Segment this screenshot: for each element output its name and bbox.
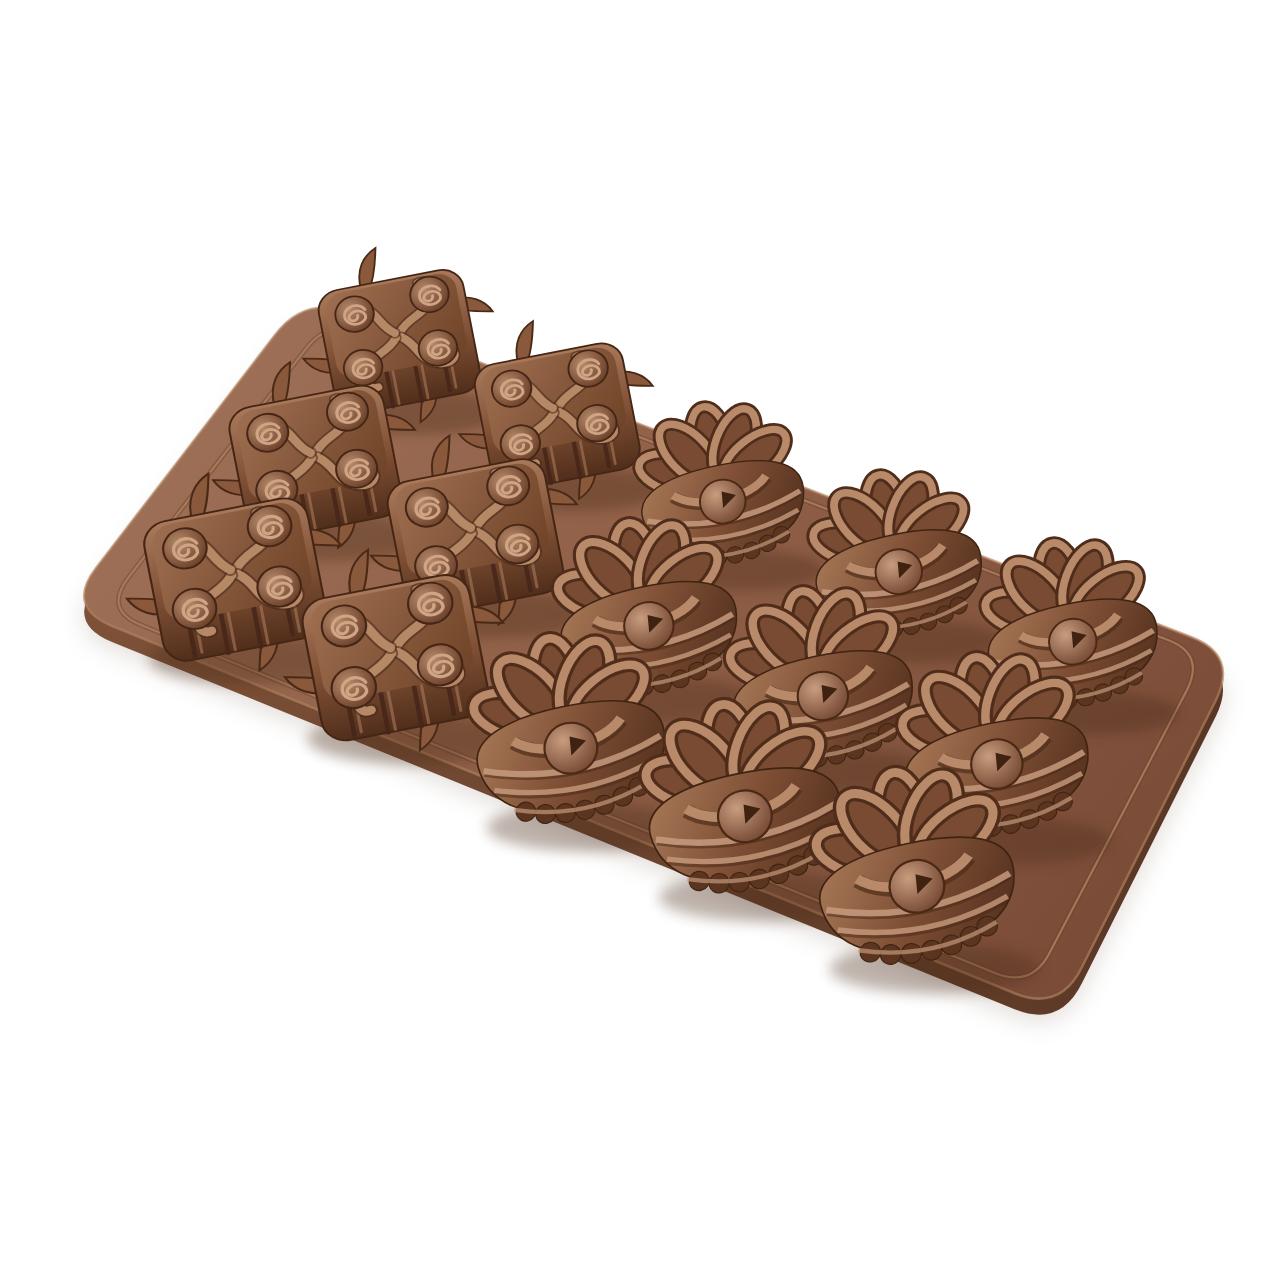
product-photo: [0, 0, 1280, 1280]
scene-canvas: [0, 0, 1280, 1280]
